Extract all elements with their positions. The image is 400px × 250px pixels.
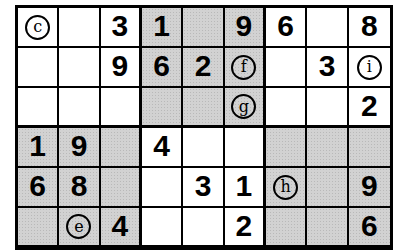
cell-r1c6[interactable]: 9 [225, 8, 266, 48]
given-digit: 9 [235, 11, 252, 41]
cell-r3c3[interactable] [101, 88, 142, 128]
cell-r2c4[interactable]: 6 [142, 48, 183, 88]
cell-r1c8[interactable] [307, 8, 348, 48]
cell-r6c2[interactable]: e [59, 208, 100, 248]
given-digit: 6 [277, 11, 294, 41]
cell-r1c7[interactable]: 6 [266, 8, 307, 48]
given-digit: 6 [153, 51, 170, 81]
page: c31968962f3ig21946831h9e426 [0, 0, 400, 250]
given-digit: 8 [361, 11, 378, 41]
cell-r5c7[interactable]: h [266, 168, 307, 208]
cell-r6c7[interactable] [266, 208, 307, 248]
cell-r1c9[interactable]: 8 [349, 8, 390, 48]
cell-r2c6[interactable]: f [225, 48, 266, 88]
cell-r4c2[interactable]: 9 [59, 128, 100, 168]
cell-r5c5[interactable]: 3 [183, 168, 224, 208]
cell-r4c7[interactable] [266, 128, 307, 168]
cell-r3c7[interactable] [266, 88, 307, 128]
cell-r5c4[interactable] [142, 168, 183, 208]
cell-r1c2[interactable] [59, 8, 100, 48]
circled-letter-h: h [273, 175, 298, 200]
cell-r2c5[interactable]: 2 [183, 48, 224, 88]
cell-r6c8[interactable] [307, 208, 348, 248]
cell-r6c9[interactable]: 6 [349, 208, 390, 248]
given-digit: 9 [361, 171, 378, 201]
cell-r1c5[interactable] [183, 8, 224, 48]
cell-r5c3[interactable] [101, 168, 142, 208]
cell-r5c6[interactable]: 1 [225, 168, 266, 208]
circled-letter-g: g [231, 94, 256, 119]
given-digit: 1 [235, 171, 252, 201]
cell-r1c1[interactable]: c [18, 8, 59, 48]
sudoku-board: c31968962f3ig21946831h9e426 [15, 5, 393, 250]
given-digit: 4 [111, 211, 128, 241]
cell-r2c9[interactable]: i [349, 48, 390, 88]
cell-r2c8[interactable]: 3 [307, 48, 348, 88]
cell-r5c9[interactable]: 9 [349, 168, 390, 208]
cell-r1c4[interactable]: 1 [142, 8, 183, 48]
cell-r3c1[interactable] [18, 88, 59, 128]
cell-r6c1[interactable] [18, 208, 59, 248]
cell-r2c1[interactable] [18, 48, 59, 88]
cell-r2c7[interactable] [266, 48, 307, 88]
circled-letter-f: f [231, 55, 256, 80]
cell-r5c2[interactable]: 8 [59, 168, 100, 208]
cell-r3c6[interactable]: g [225, 88, 266, 128]
given-digit: 1 [153, 11, 170, 41]
given-digit: 9 [111, 51, 128, 81]
cell-r4c4[interactable]: 4 [142, 128, 183, 168]
cell-r3c9[interactable]: 2 [349, 88, 390, 128]
cell-r5c1[interactable]: 6 [18, 168, 59, 208]
circled-letter-c: c [25, 15, 50, 40]
cell-r2c2[interactable] [59, 48, 100, 88]
circled-letter-e: e [66, 214, 91, 239]
cell-r4c9[interactable] [349, 128, 390, 168]
given-digit: 2 [195, 51, 212, 81]
given-digit: 2 [361, 91, 378, 121]
circled-letter-i: i [357, 55, 382, 80]
cell-r6c3[interactable]: 4 [101, 208, 142, 248]
given-digit: 8 [71, 171, 88, 201]
cell-r2c3[interactable]: 9 [101, 48, 142, 88]
cell-r3c8[interactable] [307, 88, 348, 128]
cell-r5c8[interactable] [307, 168, 348, 208]
given-digit: 1 [29, 131, 46, 161]
cell-r4c5[interactable] [183, 128, 224, 168]
cell-r3c2[interactable] [59, 88, 100, 128]
given-digit: 4 [153, 131, 170, 161]
given-digit: 9 [71, 131, 88, 161]
cell-r4c8[interactable] [307, 128, 348, 168]
cell-r1c3[interactable]: 3 [101, 8, 142, 48]
given-digit: 6 [361, 211, 378, 241]
sudoku-grid: c31968962f3ig21946831h9e426 [18, 8, 390, 248]
cell-r4c3[interactable] [101, 128, 142, 168]
given-digit: 2 [235, 211, 252, 241]
given-digit: 6 [29, 171, 46, 201]
cell-r6c6[interactable]: 2 [225, 208, 266, 248]
cell-r4c6[interactable] [225, 128, 266, 168]
cell-r6c5[interactable] [183, 208, 224, 248]
given-digit: 3 [111, 11, 128, 41]
cell-r3c4[interactable] [142, 88, 183, 128]
given-digit: 3 [319, 51, 336, 81]
cell-r6c4[interactable] [142, 208, 183, 248]
cell-r4c1[interactable]: 1 [18, 128, 59, 168]
given-digit: 3 [195, 171, 212, 201]
cell-r3c5[interactable] [183, 88, 224, 128]
